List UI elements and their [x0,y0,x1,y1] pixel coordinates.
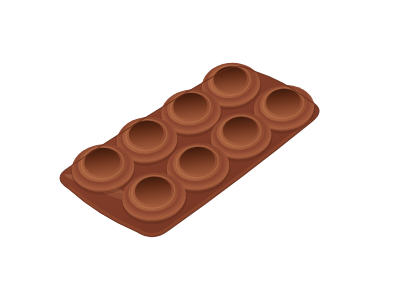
chocolate-mold-photo [0,0,400,300]
product-photo [0,0,400,300]
mold-tray [60,59,319,236]
